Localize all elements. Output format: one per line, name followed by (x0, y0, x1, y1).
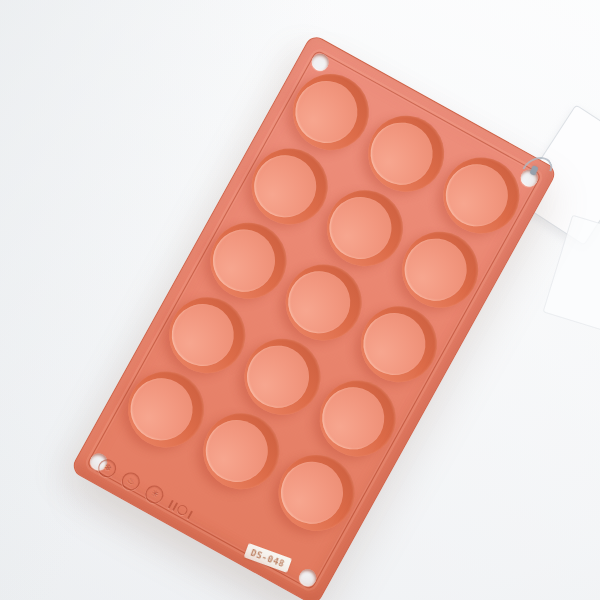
cavity-top-face (236, 335, 320, 419)
cavity-top-face (394, 227, 478, 311)
cavity-top-face (311, 376, 395, 460)
cavity-top-face (318, 186, 402, 270)
cavity-top-face (284, 69, 368, 153)
cavity-top-face (161, 293, 245, 377)
food-safe-icon: ✳ (142, 482, 166, 506)
heat-safe-icon: ♨ (119, 469, 143, 493)
cavity-top-face (435, 153, 519, 237)
corner-hole-bottom (296, 566, 319, 589)
mold-cavity (265, 442, 368, 545)
cavity-grid (108, 54, 540, 552)
photo-scene: ❄ ♨ ✳ DS-048 (0, 0, 600, 600)
mold-cavity (189, 400, 292, 503)
cavity-top-face (202, 218, 286, 302)
cavity-top-face (194, 409, 278, 493)
cavity-top-face (360, 111, 444, 195)
cavity-top-face (119, 368, 203, 452)
model-sticker: DS-048 (243, 542, 291, 572)
cavity-top-face (270, 451, 354, 535)
embossed-marks (168, 499, 193, 519)
cavity-top-face (352, 302, 436, 386)
silicone-muffin-mold: ❄ ♨ ✳ DS-048 (69, 33, 558, 600)
hang-tag-fold (543, 215, 600, 332)
mold-cavity (114, 358, 217, 461)
cavity-top-face (243, 144, 327, 228)
cavity-top-face (277, 260, 361, 344)
